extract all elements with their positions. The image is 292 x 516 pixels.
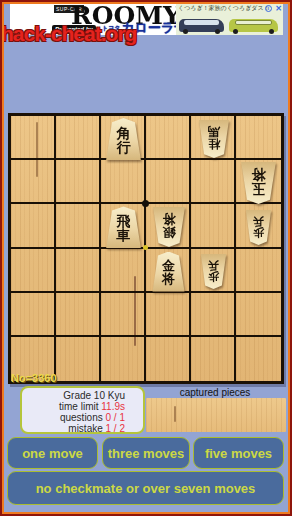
- ad-image-panel: くつろぎ！家族のくつろぎダス！ i ✕: [176, 4, 283, 35]
- status-panel: Grade 10 Kyu time limit 11.9s questions …: [20, 386, 145, 434]
- five-moves-button[interactable]: five moves: [193, 437, 284, 469]
- shogi-piece-桂馬-gote[interactable]: 桂馬: [198, 120, 230, 158]
- board-star-point: [142, 200, 149, 207]
- mistake-value: 1 / 2: [106, 423, 125, 434]
- no-checkmate-button[interactable]: no checkmate or over seven moves: [7, 471, 284, 505]
- time-limit-value: 11.9s: [101, 401, 125, 412]
- grade-label: Grade 10 Kyu: [24, 390, 125, 401]
- ad-info-icon[interactable]: i: [265, 5, 272, 12]
- time-limit-row: time limit 11.9s: [24, 401, 125, 412]
- app-screen: SUP-CAR ROOMY Presented by トヨタカローラ千葉 くつろ…: [0, 0, 292, 516]
- car-image-dark: [179, 19, 224, 32]
- wood-grain: [174, 406, 176, 422]
- shogi-piece-歩兵-gote[interactable]: 歩兵: [245, 210, 272, 245]
- questions-label: questions: [60, 412, 106, 423]
- shogi-piece-金将-sente[interactable]: 金将: [152, 252, 186, 292]
- puzzle-number-label: No=3360: [11, 372, 57, 384]
- ad-tagline: くつろぎ！家族のくつろぎダス！: [178, 5, 270, 12]
- captured-pieces-tray[interactable]: [146, 398, 286, 432]
- time-limit-label: time limit: [59, 401, 101, 412]
- shogi-piece-歩兵-gote[interactable]: 歩兵: [200, 254, 227, 289]
- car-image-green: [229, 19, 278, 32]
- mistake-row: mistake 1 / 2: [24, 423, 125, 434]
- questions-value: 0 / 1: [106, 412, 125, 423]
- board-overlay: 角行桂馬玉将飛車銀将歩兵金将歩兵: [11, 116, 281, 381]
- captured-pieces-label: captured pieces: [146, 387, 284, 398]
- car-window: [184, 20, 218, 25]
- board-star-point: [143, 245, 148, 250]
- shogi-piece-角行-sente[interactable]: 角行: [105, 118, 142, 160]
- car-window: [235, 20, 272, 25]
- shogi-piece-飛車-sente[interactable]: 飛車: [105, 206, 142, 248]
- shogi-board: 角行桂馬玉将飛車銀将歩兵金将歩兵: [8, 113, 284, 384]
- watermark-text: hack-cheat.org: [1, 22, 136, 46]
- three-moves-button[interactable]: three moves: [102, 437, 190, 469]
- shogi-piece-銀将-gote[interactable]: 銀将: [152, 207, 186, 247]
- one-move-button[interactable]: one move: [7, 437, 98, 469]
- shogi-piece-玉将-gote[interactable]: 玉将: [240, 162, 277, 204]
- questions-row: questions 0 / 1: [24, 412, 125, 423]
- ad-close-icon[interactable]: ✕: [275, 4, 282, 13]
- mistake-label: mistake: [68, 423, 105, 434]
